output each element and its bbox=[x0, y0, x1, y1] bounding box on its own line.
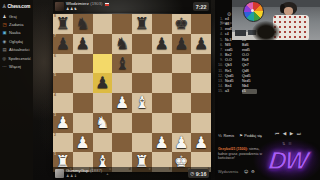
square-h8[interactable] bbox=[191, 14, 211, 34]
move-nav-icon[interactable]: ▶ bbox=[290, 131, 294, 136]
square-f2[interactable]: ♟ bbox=[152, 133, 172, 153]
square-d6[interactable]: ♝ bbox=[112, 54, 132, 74]
rank-coordinate: 2 bbox=[54, 134, 56, 138]
chesscom-logo[interactable]: ♙ Chess.com bbox=[0, 2, 33, 12]
sidebar-item-więcej[interactable]: ⋯Więcej bbox=[0, 62, 33, 70]
square-d7[interactable]: ♞ bbox=[112, 34, 132, 54]
dw-stream-logo: DW bbox=[256, 141, 320, 180]
sidebar-item-graj[interactable]: ♟Graj bbox=[0, 12, 33, 20]
monitor-icon bbox=[235, 30, 246, 36]
play-pawn-icon: ♟ bbox=[2, 14, 7, 19]
rank-coordinate: 5 bbox=[54, 74, 56, 78]
square-e4[interactable]: ♝ bbox=[132, 93, 152, 113]
black-rook[interactable]: ♜ bbox=[132, 14, 152, 34]
square-d8[interactable] bbox=[112, 14, 132, 34]
white-player-bar: GummyGup (1887) ♟♟♝ + ◷ 9:16 bbox=[53, 167, 211, 180]
square-a6[interactable]: 6 bbox=[53, 54, 73, 74]
black-pawn[interactable]: ♟ bbox=[93, 73, 113, 93]
black-pawn[interactable]: ♟ bbox=[73, 34, 93, 54]
move-nav-buttons: ⏮◀▶⏭ bbox=[275, 131, 301, 136]
square-g4[interactable] bbox=[172, 93, 192, 113]
white-clock: ◷ 9:16 bbox=[188, 169, 209, 177]
white-move[interactable]: a3 bbox=[225, 89, 240, 94]
square-b2[interactable]: ♟ bbox=[73, 133, 93, 153]
square-f8[interactable] bbox=[152, 14, 172, 34]
square-a7[interactable]: 7♟ bbox=[53, 34, 73, 54]
black-clock: 7:22 bbox=[193, 2, 209, 10]
square-f7[interactable]: ♟ bbox=[152, 34, 172, 54]
black-pawn[interactable]: ♟ bbox=[191, 34, 211, 54]
webcam-overlay bbox=[232, 0, 320, 40]
square-a4[interactable]: 4 bbox=[53, 93, 73, 113]
square-e8[interactable]: ♜ bbox=[132, 14, 152, 34]
square-b7[interactable]: ♟ bbox=[73, 34, 93, 54]
white-knight[interactable]: ♞ bbox=[93, 113, 113, 133]
black-rook[interactable]: ♜ bbox=[53, 14, 73, 34]
square-h5[interactable] bbox=[191, 73, 211, 93]
square-e6[interactable] bbox=[132, 54, 152, 74]
square-h7[interactable]: ♟ bbox=[191, 34, 211, 54]
square-f3[interactable] bbox=[152, 113, 172, 133]
sidebar-item-społeczność[interactable]: ◎Społeczność bbox=[0, 54, 33, 62]
square-a5[interactable]: 5 bbox=[53, 73, 73, 93]
draw-icon: ½ bbox=[218, 133, 222, 138]
lessons-icon: ▣ bbox=[2, 30, 7, 35]
square-h6[interactable] bbox=[191, 54, 211, 74]
black-pawn[interactable]: ♟ bbox=[152, 34, 172, 54]
rank-coordinate: 4 bbox=[54, 94, 56, 98]
black-pawn[interactable]: ♟ bbox=[53, 34, 73, 54]
square-h4[interactable] bbox=[191, 93, 211, 113]
add-time-icon[interactable]: + bbox=[106, 171, 108, 176]
sidebar-item-zadania[interactable]: ◳Zadania bbox=[0, 20, 33, 28]
white-pawn[interactable]: ♟ bbox=[191, 133, 211, 153]
square-b4[interactable] bbox=[73, 93, 93, 113]
sidebar-item-label: Nauka bbox=[9, 30, 21, 35]
white-player-rating: (1887) bbox=[90, 169, 102, 173]
move-nav-icon[interactable]: ⏭ bbox=[297, 131, 301, 136]
square-c5[interactable]: ♟ bbox=[93, 73, 113, 93]
square-d5[interactable] bbox=[112, 73, 132, 93]
square-c3[interactable]: ♞ bbox=[93, 113, 113, 133]
white-pawn[interactable]: ♟ bbox=[152, 133, 172, 153]
black-knight[interactable]: ♞ bbox=[112, 34, 132, 54]
sidebar-item-label: Zadania bbox=[9, 22, 23, 27]
square-a2[interactable]: 2 bbox=[53, 133, 73, 153]
streamer-face bbox=[284, 7, 293, 15]
square-c6[interactable] bbox=[93, 54, 113, 74]
sidebar-item-oglądaj[interactable]: ◉Oglądaj bbox=[0, 37, 33, 45]
news-icon: ▤ bbox=[2, 47, 7, 52]
sidebar-item-label: Społeczność bbox=[8, 56, 31, 61]
square-b3[interactable] bbox=[73, 113, 93, 133]
square-f5[interactable] bbox=[152, 73, 172, 93]
square-a3[interactable]: 3♟ bbox=[53, 113, 73, 133]
black-player-bar: Wlodzimierz (1903) ♟♟♞ 7:22 bbox=[53, 0, 211, 13]
webcam-foreground-shadow bbox=[252, 21, 280, 40]
black-captured-pieces: ♟♟♞ bbox=[66, 7, 110, 11]
square-g3[interactable] bbox=[172, 113, 192, 133]
sidebar-item-aktualności[interactable]: ▤Aktualności bbox=[0, 46, 33, 54]
sidebar: ♙ Chess.com ♟Graj◳Zadania▣Nauka◉Oglądaj▤… bbox=[0, 0, 33, 180]
square-d2[interactable] bbox=[112, 133, 132, 153]
square-g2[interactable]: ♟ bbox=[172, 133, 192, 153]
square-g8[interactable]: ♚ bbox=[172, 14, 192, 34]
clock-icon: ◷ bbox=[190, 171, 194, 176]
sidebar-item-label: Więcej bbox=[9, 64, 21, 69]
square-c4[interactable] bbox=[93, 93, 113, 113]
square-e2[interactable] bbox=[132, 133, 152, 153]
black-knight[interactable]: ♞ bbox=[73, 14, 93, 34]
move-nav-icon[interactable]: ⏮ bbox=[275, 131, 279, 136]
poland-flag-icon bbox=[104, 2, 110, 7]
square-h3[interactable] bbox=[191, 113, 211, 133]
black-pawn[interactable]: ♟ bbox=[172, 34, 192, 54]
black-player-avatar[interactable] bbox=[55, 2, 64, 11]
square-b8[interactable]: ♞ bbox=[73, 14, 93, 34]
resign-flag-icon: ⚑ bbox=[239, 133, 243, 138]
move-nav-icon[interactable]: ◀ bbox=[283, 131, 287, 136]
chess-board[interactable]: 8♜♞♜♚7♟♟♞♟♟♟6♝5♟4♟♝3♟♞2♟♟♟♟1a♜bc♝de♜fg♚h bbox=[53, 14, 211, 172]
square-g7[interactable]: ♟ bbox=[172, 34, 192, 54]
square-c8[interactable] bbox=[93, 14, 113, 34]
black-king[interactable]: ♚ bbox=[172, 14, 192, 34]
square-e5[interactable] bbox=[132, 73, 152, 93]
white-pawn[interactable]: ♟ bbox=[112, 93, 132, 113]
black-bishop[interactable]: ♝ bbox=[112, 54, 132, 74]
black-player-rating: (1903) bbox=[90, 2, 102, 6]
square-h2[interactable]: ♟ bbox=[191, 133, 211, 153]
puzzle-icon: ◳ bbox=[2, 22, 7, 27]
chat-tool-icon[interactable]: ☺ bbox=[244, 169, 248, 174]
draw-button[interactable]: ½ Remis bbox=[218, 133, 234, 138]
black-move[interactable]: c5 bbox=[242, 89, 257, 94]
chesscom-pawn-icon: ♙ bbox=[2, 3, 6, 9]
square-d3[interactable] bbox=[112, 113, 132, 133]
square-e7[interactable] bbox=[132, 34, 152, 54]
community-icon: ◎ bbox=[2, 56, 6, 61]
more-icon: ⋯ bbox=[2, 64, 7, 69]
square-c7[interactable] bbox=[93, 34, 113, 54]
square-e3[interactable] bbox=[132, 113, 152, 133]
white-player-avatar[interactable] bbox=[55, 169, 64, 178]
sidebar-item-label: Graj bbox=[9, 14, 17, 19]
white-pawn[interactable]: ♟ bbox=[73, 133, 93, 153]
white-bishop[interactable]: ♝ bbox=[132, 93, 152, 113]
move-number: 15. bbox=[217, 89, 223, 94]
square-f4[interactable] bbox=[152, 93, 172, 113]
square-a8[interactable]: 8♜ bbox=[53, 14, 73, 34]
sidebar-item-nauka[interactable]: ▣Nauka bbox=[0, 29, 33, 37]
sidebar-item-label: Aktualności bbox=[9, 47, 29, 52]
prize-wheel-hub bbox=[251, 9, 254, 12]
square-g5[interactable] bbox=[172, 73, 192, 93]
white-pawn[interactable]: ♟ bbox=[53, 113, 73, 133]
move-row: 15.a3c5 bbox=[217, 89, 267, 94]
white-captured-pieces: ♟♟♝ bbox=[66, 174, 102, 178]
square-b6[interactable] bbox=[73, 54, 93, 74]
square-d4[interactable]: ♟ bbox=[112, 93, 132, 113]
square-c2[interactable] bbox=[93, 133, 113, 153]
dw-logo-text: DW bbox=[268, 146, 309, 175]
chesscom-logo-text: Chess.com bbox=[7, 4, 30, 9]
watch-icon: ◉ bbox=[2, 39, 7, 44]
square-f6[interactable] bbox=[152, 54, 172, 74]
events-label[interactable]: Wydarzenia bbox=[218, 170, 238, 174]
sidebar-item-label: Oglądaj bbox=[9, 39, 23, 44]
chat-username[interactable]: Grzybol21 (1500): bbox=[218, 147, 248, 151]
rank-coordinate: 6 bbox=[54, 55, 56, 59]
square-b5[interactable] bbox=[73, 73, 93, 93]
square-g6[interactable] bbox=[172, 54, 192, 74]
white-pawn[interactable]: ♟ bbox=[172, 133, 192, 153]
